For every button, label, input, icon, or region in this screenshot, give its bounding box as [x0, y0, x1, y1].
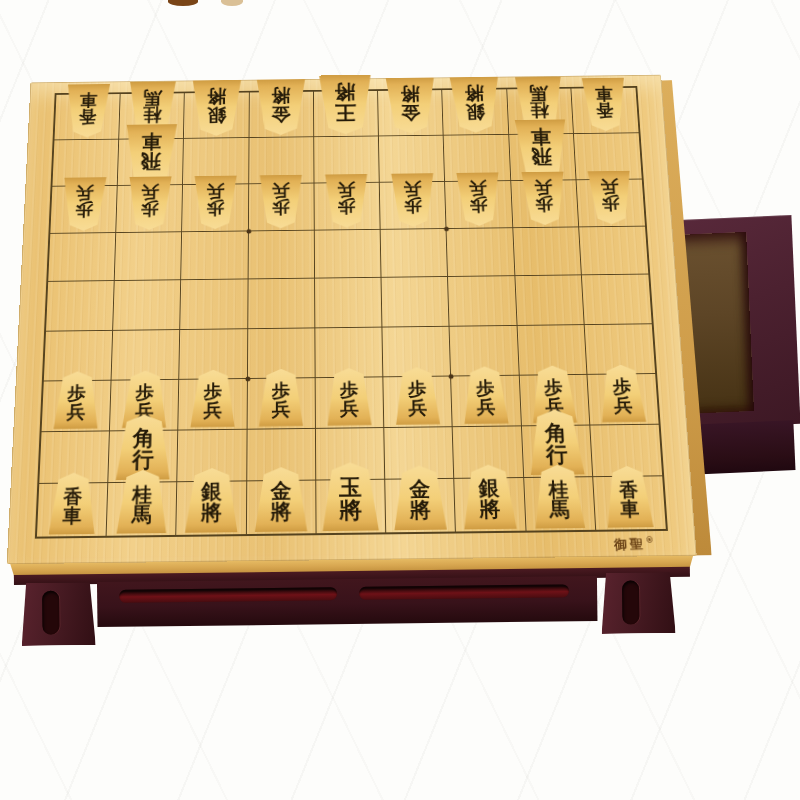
- square-2-4: [513, 228, 582, 277]
- square-5-1: 王將: [314, 91, 379, 137]
- piece-gote-pawn: 歩兵: [390, 173, 436, 227]
- square-5-4: [315, 230, 382, 279]
- square-9-7: 歩兵: [42, 380, 112, 432]
- maker-stamp-text: 御聖: [613, 536, 646, 552]
- square-3-1: 銀將: [442, 89, 508, 135]
- shogi-board: 香車桂馬銀將金將王將金將銀將桂馬香車飛車飛車歩兵歩兵歩兵歩兵歩兵歩兵歩兵歩兵歩兵…: [7, 75, 697, 564]
- square-9-5: [46, 281, 115, 331]
- piece-gote-pawn: 歩兵: [586, 171, 634, 225]
- square-3-4: [447, 228, 515, 277]
- square-5-3: 歩兵: [314, 183, 380, 231]
- piece-gote-pawn: 歩兵: [520, 172, 568, 226]
- star-point: [449, 374, 454, 379]
- square-1-3: 歩兵: [576, 180, 645, 228]
- square-1-7: 歩兵: [587, 374, 658, 426]
- piece-gote-pawn: 歩兵: [60, 177, 107, 231]
- piece-gote-pawn: 歩兵: [193, 176, 239, 230]
- square-5-5: [315, 278, 383, 328]
- square-2-5: [515, 276, 584, 326]
- square-7-5: [181, 280, 249, 330]
- piece-gote-pawn: 歩兵: [324, 174, 370, 228]
- piece-gote-lance: 香車: [64, 84, 111, 138]
- stand-panel: [97, 576, 598, 627]
- square-7-3: 歩兵: [182, 184, 248, 232]
- square-4-3: 歩兵: [380, 182, 447, 230]
- star-point: [444, 227, 449, 232]
- piece-gote-pawn: 歩兵: [259, 175, 304, 229]
- piece-gote-pawn: 歩兵: [126, 177, 172, 231]
- piece-gote-lance: 香車: [580, 78, 628, 132]
- maker-stamp: 御聖®: [613, 535, 654, 554]
- square-2-9: 桂馬: [524, 477, 596, 531]
- square-7-9: 銀將: [177, 481, 247, 535]
- board-assembly: 香車桂馬銀將金將王將金將銀將桂馬香車飛車飛車歩兵歩兵歩兵歩兵歩兵歩兵歩兵歩兵歩兵…: [0, 0, 800, 800]
- square-3-3: 歩兵: [445, 181, 513, 229]
- square-9-1: 香車: [54, 94, 120, 140]
- square-6-5: [248, 279, 315, 329]
- square-4-5: [382, 277, 450, 327]
- shogi-set-product-photo: 香車桂馬銀將金將王將金將銀將桂馬香車飛車飛車歩兵歩兵歩兵歩兵歩兵歩兵歩兵歩兵歩兵…: [0, 0, 800, 800]
- piece-gote-rook: 飛車: [123, 124, 178, 183]
- square-6-9: 金將: [247, 480, 317, 534]
- square-6-3: 歩兵: [249, 184, 315, 232]
- square-3-7: 歩兵: [451, 375, 521, 427]
- leg-slot: [622, 580, 640, 624]
- square-1-1: 香車: [571, 88, 638, 134]
- board-grid: 香車桂馬銀將金將王將金將銀將桂馬香車飛車飛車歩兵歩兵歩兵歩兵歩兵歩兵歩兵歩兵歩兵…: [35, 86, 668, 539]
- registered-mark: ®: [645, 535, 654, 544]
- stand-leg-right: [601, 572, 676, 634]
- square-9-4: [48, 233, 116, 282]
- square-4-7: 歩兵: [383, 376, 452, 428]
- square-8-3: 歩兵: [116, 185, 183, 233]
- stand-leg-left: [21, 582, 96, 646]
- piece-gote-king: 王將: [318, 75, 374, 135]
- piece-gote-pawn: 歩兵: [455, 173, 502, 227]
- square-1-4: [579, 227, 648, 276]
- square-1-5: [582, 275, 652, 325]
- square-2-3: 歩兵: [511, 180, 579, 228]
- square-7-4: [182, 232, 249, 281]
- square-6-1: 金將: [249, 92, 314, 138]
- piece-gote-silver: 銀將: [448, 77, 502, 133]
- square-5-9: 玉將: [316, 480, 386, 534]
- square-7-7: 歩兵: [179, 379, 248, 431]
- piece-gote-gold: 金將: [255, 79, 307, 135]
- square-8-5: [113, 281, 181, 331]
- square-4-1: 金將: [378, 90, 444, 136]
- piece-gote-gold: 金將: [384, 78, 437, 134]
- square-8-4: [115, 232, 183, 281]
- stand-groove: [359, 584, 569, 600]
- square-1-9: 香車: [593, 476, 666, 530]
- square-8-9: 桂馬: [107, 482, 178, 536]
- piece-gote-silver: 銀將: [190, 80, 242, 136]
- square-3-5: [448, 277, 517, 327]
- square-6-4: [248, 231, 315, 280]
- square-4-4: [381, 229, 449, 278]
- square-6-7: 歩兵: [247, 378, 316, 430]
- square-4-9: 金將: [385, 479, 456, 533]
- stand-groove: [119, 587, 337, 603]
- square-7-1: 銀將: [184, 92, 249, 138]
- piece-gote-rook: 飛車: [513, 120, 570, 179]
- leg-slot: [42, 591, 60, 635]
- square-5-7: 歩兵: [316, 377, 385, 429]
- board-perspective-wrap: 香車桂馬銀將金將王將金將銀將桂馬香車飛車飛車歩兵歩兵歩兵歩兵歩兵歩兵歩兵歩兵歩兵…: [0, 36, 696, 564]
- square-9-9: 香車: [37, 483, 109, 537]
- square-9-3: 歩兵: [50, 186, 118, 234]
- square-3-9: 銀將: [455, 478, 527, 532]
